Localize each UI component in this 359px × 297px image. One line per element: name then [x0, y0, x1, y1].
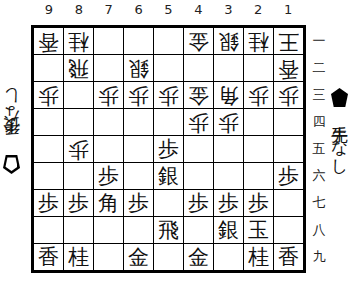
gote-piece-4a: 金	[188, 31, 209, 52]
sente-piece-4g: 歩	[188, 193, 209, 214]
cell-8d	[64, 109, 93, 135]
cell-6e	[124, 136, 153, 162]
cell-5i	[154, 244, 183, 270]
cell-1i: 香	[274, 244, 303, 270]
cell-5c: 歩	[154, 82, 183, 108]
cell-5h: 飛	[154, 217, 183, 243]
sente-piece-3g: 歩	[218, 193, 239, 214]
gote-piece-4d: 歩	[188, 112, 209, 133]
rank-label-3: 三	[310, 82, 328, 109]
gote-piece-1b: 香	[278, 58, 299, 79]
gote-piece-8a: 桂	[68, 31, 89, 52]
gote-piece-7c: 歩	[98, 85, 119, 106]
sente-piece-7g: 角	[98, 193, 119, 214]
file-label-1: 1	[273, 0, 303, 18]
sente-hand-value: なし	[331, 127, 348, 166]
cell-9i: 香	[34, 244, 63, 270]
gote-piece-3d: 歩	[218, 112, 239, 133]
sente-piece-5h: 飛	[158, 220, 179, 241]
cell-4g: 歩	[184, 190, 213, 216]
cell-8g: 歩	[64, 190, 93, 216]
cell-7d	[94, 109, 123, 135]
cell-3a: 銀	[214, 28, 243, 54]
file-label-4: 4	[183, 0, 213, 18]
gote-piece-1a: 王	[278, 31, 299, 52]
gote-hand-value: なし	[3, 96, 20, 135]
cell-4b	[184, 55, 213, 81]
cell-3g: 歩	[214, 190, 243, 216]
gote-piece-9c: 歩	[38, 85, 59, 106]
gote-piece-2a: 桂	[248, 31, 269, 52]
gote-piece-1c: 歩	[278, 85, 299, 106]
cell-6d	[124, 109, 153, 135]
cell-9f	[34, 163, 63, 189]
gote-piece-6c: 歩	[128, 85, 149, 106]
cell-5f: 銀	[154, 163, 183, 189]
gote-piece-8b: 飛	[68, 58, 89, 79]
cell-8a: 桂	[64, 28, 93, 54]
cell-3e	[214, 136, 243, 162]
sente-piece-2g: 歩	[248, 193, 269, 214]
cell-5e: 歩	[154, 136, 183, 162]
board-grid: 香桂金銀桂王飛銀香歩歩歩歩金角歩歩歩歩歩歩歩銀歩歩歩角歩歩歩歩飛銀玉香桂金金桂香	[31, 25, 306, 273]
cell-4c: 金	[184, 82, 213, 108]
sente-piece-9i: 香	[38, 247, 59, 268]
gote-piece-3a: 銀	[218, 31, 239, 52]
cell-9b	[34, 55, 63, 81]
cell-2i: 桂	[244, 244, 273, 270]
gote-piece-6b: 銀	[128, 58, 149, 79]
cell-3f	[214, 163, 243, 189]
cell-4h	[184, 217, 213, 243]
sente-piece-6g: 歩	[128, 193, 149, 214]
cell-9g: 歩	[34, 190, 63, 216]
sente-piece-3h: 銀	[218, 220, 239, 241]
cell-6g: 歩	[124, 190, 153, 216]
cell-9e	[34, 136, 63, 162]
file-labels: 987654321	[34, 0, 303, 18]
cell-2h: 玉	[244, 217, 273, 243]
cell-6a	[124, 28, 153, 54]
cell-4f	[184, 163, 213, 189]
rank-labels: 一二三四五六七八九	[310, 28, 328, 270]
cell-2c: 歩	[244, 82, 273, 108]
cell-7f: 歩	[94, 163, 123, 189]
rank-label-5: 五	[310, 136, 328, 163]
cell-6i: 金	[124, 244, 153, 270]
rank-label-7: 七	[310, 189, 328, 216]
cell-4e	[184, 136, 213, 162]
cell-4i: 金	[184, 244, 213, 270]
cell-4a: 金	[184, 28, 213, 54]
rank-label-6: 六	[310, 162, 328, 189]
sente-piece-1i: 香	[278, 247, 299, 268]
sente-piece-6i: 金	[128, 247, 149, 268]
cell-1h	[274, 217, 303, 243]
rank-label-8: 八	[310, 216, 328, 243]
gote-piece-symbol	[3, 155, 20, 174]
cell-9h	[34, 217, 63, 243]
cell-6c: 歩	[124, 82, 153, 108]
rank-label-4: 四	[310, 109, 328, 136]
file-label-8: 8	[64, 0, 94, 18]
cell-2e	[244, 136, 273, 162]
shogi-diagram: 後手 なし 987654321 香桂金銀桂王飛銀香歩歩歩歩金角歩歩歩歩歩歩歩銀歩…	[0, 0, 359, 297]
cell-6b: 銀	[124, 55, 153, 81]
sente-piece-2i: 桂	[248, 247, 269, 268]
sente-piece-9g: 歩	[38, 193, 59, 214]
cell-7a	[94, 28, 123, 54]
file-label-3: 3	[213, 0, 243, 18]
cell-5d	[154, 109, 183, 135]
sente-piece-8i: 桂	[68, 247, 89, 268]
cell-2b	[244, 55, 273, 81]
cell-8f	[64, 163, 93, 189]
cell-8c	[64, 82, 93, 108]
file-label-2: 2	[243, 0, 273, 18]
sente-piece-7f: 歩	[98, 166, 119, 187]
cell-8e: 歩	[64, 136, 93, 162]
file-label-6: 6	[124, 0, 154, 18]
sente-piece-symbol	[331, 88, 348, 107]
cell-3h: 銀	[214, 217, 243, 243]
gote-hand-panel: 後手 なし	[3, 22, 20, 174]
cell-5a	[154, 28, 183, 54]
cell-1f: 歩	[274, 163, 303, 189]
sente-piece-5e: 歩	[158, 139, 179, 160]
sente-piece-4i: 金	[188, 247, 209, 268]
sente-piece-2h: 玉	[248, 220, 269, 241]
cell-9a: 香	[34, 28, 63, 54]
cell-5g	[154, 190, 183, 216]
cell-7g: 角	[94, 190, 123, 216]
cell-7i	[94, 244, 123, 270]
rank-label-1: 一	[310, 28, 328, 55]
cell-8i: 桂	[64, 244, 93, 270]
cell-9d	[34, 109, 63, 135]
cell-3i	[214, 244, 243, 270]
cell-3d: 歩	[214, 109, 243, 135]
cell-1a: 王	[274, 28, 303, 54]
cell-8b: 飛	[64, 55, 93, 81]
cell-7c: 歩	[94, 82, 123, 108]
gote-piece-3c: 角	[218, 85, 239, 106]
gote-piece-8e: 歩	[68, 139, 89, 160]
cell-1g	[274, 190, 303, 216]
cell-1e	[274, 136, 303, 162]
sente-piece-8g: 歩	[68, 193, 89, 214]
cell-3b	[214, 55, 243, 81]
gote-piece-9a: 香	[38, 31, 59, 52]
file-label-5: 5	[154, 0, 184, 18]
sente-hand-panel: 先手 なし	[331, 88, 348, 166]
cell-6f	[124, 163, 153, 189]
cell-3c: 角	[214, 82, 243, 108]
cell-4d: 歩	[184, 109, 213, 135]
cell-6h	[124, 217, 153, 243]
cell-1d	[274, 109, 303, 135]
cell-2g: 歩	[244, 190, 273, 216]
rank-label-2: 二	[310, 55, 328, 82]
gote-piece-4c: 金	[188, 85, 209, 106]
cell-2a: 桂	[244, 28, 273, 54]
cell-7b	[94, 55, 123, 81]
cell-8h	[64, 217, 93, 243]
rank-label-9: 九	[310, 243, 328, 270]
gote-piece-5c: 歩	[158, 85, 179, 106]
cell-1b: 香	[274, 55, 303, 81]
cell-2f	[244, 163, 273, 189]
file-label-7: 7	[94, 0, 124, 18]
cell-9c: 歩	[34, 82, 63, 108]
cell-5b	[154, 55, 183, 81]
cell-1c: 歩	[274, 82, 303, 108]
cell-7e	[94, 136, 123, 162]
cell-7h	[94, 217, 123, 243]
gote-piece-2c: 歩	[248, 85, 269, 106]
cell-2d	[244, 109, 273, 135]
sente-piece-5f: 銀	[158, 166, 179, 187]
sente-piece-1f: 歩	[278, 166, 299, 187]
file-label-9: 9	[34, 0, 64, 18]
